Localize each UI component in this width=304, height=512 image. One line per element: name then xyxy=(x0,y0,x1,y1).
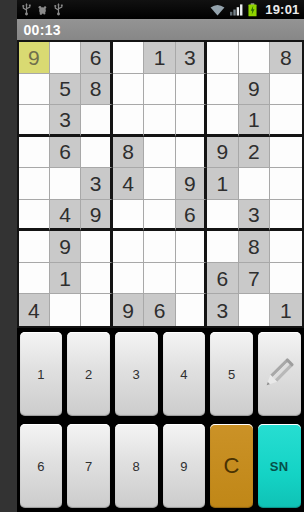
cell-r9c4[interactable]: 9 xyxy=(113,294,144,326)
cell-r7c5[interactable] xyxy=(144,231,175,263)
cell-r2c8[interactable]: 9 xyxy=(239,74,270,106)
cell-r5c5[interactable] xyxy=(144,168,175,200)
keypad-row-2: 6789CSN xyxy=(20,424,301,508)
cell-r4c5[interactable] xyxy=(144,137,175,169)
cell-r9c8[interactable] xyxy=(239,294,270,326)
cell-r2c1[interactable] xyxy=(19,74,50,106)
cell-r3c2[interactable]: 3 xyxy=(50,105,81,137)
key-3[interactable]: 3 xyxy=(115,332,158,416)
cell-r4c3[interactable] xyxy=(81,137,112,169)
cell-r7c4[interactable] xyxy=(113,231,144,263)
cell-r7c8[interactable]: 8 xyxy=(239,231,270,263)
cell-r3c9[interactable] xyxy=(270,105,301,137)
status-icons-right: 19:01 xyxy=(210,2,299,17)
cell-r6c5[interactable] xyxy=(144,200,175,232)
key-8[interactable]: 8 xyxy=(115,424,158,508)
cell-r5c6[interactable]: 9 xyxy=(176,168,207,200)
cell-r2c2[interactable]: 5 xyxy=(50,74,81,106)
cell-r9c6[interactable] xyxy=(176,294,207,326)
cell-r1c9[interactable]: 8 xyxy=(270,42,301,74)
key-9[interactable]: 9 xyxy=(163,424,206,508)
cell-r5c4[interactable]: 4 xyxy=(113,168,144,200)
cell-r2c6[interactable] xyxy=(176,74,207,106)
key-6[interactable]: 6 xyxy=(20,424,63,508)
timer-bar: 00:13 xyxy=(17,19,304,40)
cell-r1c5[interactable]: 1 xyxy=(144,42,175,74)
cell-r8c3[interactable] xyxy=(81,263,112,295)
cell-r4c1[interactable] xyxy=(19,137,50,169)
cell-r2c9[interactable] xyxy=(270,74,301,106)
cell-r6c4[interactable] xyxy=(113,200,144,232)
cell-r9c9[interactable]: 1 xyxy=(270,294,301,326)
cell-r4c6[interactable] xyxy=(176,137,207,169)
key-7[interactable]: 7 xyxy=(67,424,110,508)
cell-r7c9[interactable] xyxy=(270,231,301,263)
clock: 19:01 xyxy=(265,2,299,17)
cell-r1c7[interactable] xyxy=(207,42,238,74)
cell-r4c8[interactable]: 2 xyxy=(239,137,270,169)
cell-r8c1[interactable] xyxy=(19,263,50,295)
cell-r3c8[interactable]: 1 xyxy=(239,105,270,137)
cell-r7c1[interactable] xyxy=(19,231,50,263)
cell-r8c8[interactable]: 7 xyxy=(239,263,270,295)
cell-r7c6[interactable] xyxy=(176,231,207,263)
cell-r2c4[interactable] xyxy=(113,74,144,106)
cell-r4c7[interactable]: 9 xyxy=(207,137,238,169)
cell-r3c4[interactable] xyxy=(113,105,144,137)
pencil-button[interactable] xyxy=(258,332,301,416)
cell-r2c3[interactable]: 8 xyxy=(81,74,112,106)
cell-r1c4[interactable] xyxy=(113,42,144,74)
cell-r1c8[interactable] xyxy=(239,42,270,74)
cell-r9c7[interactable]: 3 xyxy=(207,294,238,326)
cell-r8c5[interactable] xyxy=(144,263,175,295)
signal-icon xyxy=(230,3,243,16)
cell-r3c5[interactable] xyxy=(144,105,175,137)
status-bar: 19:01 xyxy=(17,0,304,19)
cell-r5c8[interactable] xyxy=(239,168,270,200)
cell-r1c6[interactable]: 3 xyxy=(176,42,207,74)
elapsed-time: 00:13 xyxy=(24,22,61,38)
cell-r3c1[interactable] xyxy=(19,105,50,137)
cell-r6c1[interactable] xyxy=(19,200,50,232)
cell-r7c2[interactable]: 9 xyxy=(50,231,81,263)
key-1[interactable]: 1 xyxy=(20,332,63,416)
cell-r1c1[interactable]: 9 xyxy=(19,42,50,74)
sudoku-board: 96138589316892349149639816749631 xyxy=(17,40,304,328)
cell-r4c2[interactable]: 6 xyxy=(50,137,81,169)
cell-r5c7[interactable]: 1 xyxy=(207,168,238,200)
cell-r1c3[interactable]: 6 xyxy=(81,42,112,74)
cell-r3c6[interactable] xyxy=(176,105,207,137)
clear-button[interactable]: C xyxy=(210,424,253,508)
cell-r5c1[interactable] xyxy=(19,168,50,200)
cell-r4c4[interactable]: 8 xyxy=(113,137,144,169)
cell-r5c9[interactable] xyxy=(270,168,301,200)
cell-r9c5[interactable]: 6 xyxy=(144,294,175,326)
cell-r6c2[interactable]: 4 xyxy=(50,200,81,232)
usb-icon xyxy=(21,3,32,16)
key-4[interactable]: 4 xyxy=(163,332,206,416)
cell-r9c2[interactable] xyxy=(50,294,81,326)
status-icons-left xyxy=(21,3,64,16)
cell-r5c2[interactable] xyxy=(50,168,81,200)
cell-r5c3[interactable]: 3 xyxy=(81,168,112,200)
cell-r6c6[interactable]: 6 xyxy=(176,200,207,232)
battery-charging-icon xyxy=(248,3,257,17)
cell-r8c7[interactable]: 6 xyxy=(207,263,238,295)
cell-r3c7[interactable] xyxy=(207,105,238,137)
cell-r9c1[interactable]: 4 xyxy=(19,294,50,326)
cell-r1c2[interactable] xyxy=(50,42,81,74)
cell-r6c8[interactable]: 3 xyxy=(239,200,270,232)
usb-icon xyxy=(53,3,64,16)
key-2[interactable]: 2 xyxy=(67,332,110,416)
keypad: 12345 6789CSN xyxy=(17,328,304,512)
cell-r6c3[interactable]: 9 xyxy=(81,200,112,232)
cell-r8c4[interactable] xyxy=(113,263,144,295)
cell-r8c2[interactable]: 1 xyxy=(50,263,81,295)
cell-r6c7[interactable] xyxy=(207,200,238,232)
cell-r9c3[interactable] xyxy=(81,294,112,326)
sudoku-app: 19:01 00:13 9613858931689234914963981674… xyxy=(17,0,304,512)
pencil-icon xyxy=(258,352,300,397)
cell-r2c5[interactable] xyxy=(144,74,175,106)
wifi-icon xyxy=(210,4,225,16)
cell-r7c3[interactable] xyxy=(81,231,112,263)
cell-r4c9[interactable] xyxy=(270,137,301,169)
cell-r6c9[interactable] xyxy=(270,200,301,232)
cell-r7c7[interactable] xyxy=(207,231,238,263)
cell-r3c3[interactable] xyxy=(81,105,112,137)
cell-r8c6[interactable] xyxy=(176,263,207,295)
cell-r8c9[interactable] xyxy=(270,263,301,295)
key-5[interactable]: 5 xyxy=(210,332,253,416)
keypad-row-1: 12345 xyxy=(20,332,301,416)
cell-r2c7[interactable] xyxy=(207,74,238,106)
usb-debug-icon xyxy=(37,4,48,16)
sn-button[interactable]: SN xyxy=(258,424,301,508)
